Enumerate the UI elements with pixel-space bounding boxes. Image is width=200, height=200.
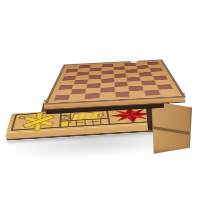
- board-square-r8c4: [100, 92, 114, 98]
- track-cell: [69, 121, 77, 126]
- checkerboard-grid: [54, 61, 176, 100]
- track-cell: [62, 121, 70, 126]
- board-square-r8c5: [115, 91, 130, 97]
- peg-hole-icon: [97, 113, 104, 117]
- side-groove: [152, 126, 190, 135]
- product-scene: [0, 0, 200, 200]
- board-square-r8c3: [84, 93, 99, 99]
- track-bottom-cells: [62, 118, 109, 127]
- yellow-asterisk-icon: [20, 113, 55, 129]
- board-square-r8c7: [145, 90, 161, 96]
- board-square-r8c1: [54, 95, 70, 101]
- chessboard-lid: [44, 59, 186, 104]
- board-square-r8c8: [159, 89, 176, 95]
- board-square-r8c6: [130, 91, 145, 97]
- track-cell: [101, 119, 109, 124]
- drawer-panel-asterisk: [13, 112, 62, 129]
- board-square-r8c2: [69, 94, 84, 100]
